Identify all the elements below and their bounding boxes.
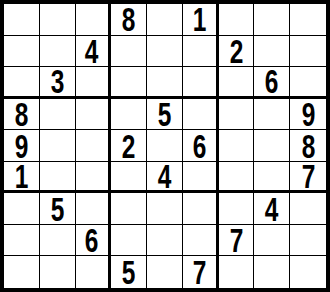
cell-r3c6[interactable] [183, 67, 219, 99]
cell-r4c7[interactable] [219, 99, 255, 131]
given-digit: 5 [158, 99, 172, 131]
cell-r8c1[interactable] [4, 225, 40, 257]
cell-r6c2[interactable] [40, 162, 76, 194]
cell-r5c4[interactable]: 2 [111, 130, 147, 162]
given-digit: 8 [15, 99, 29, 131]
cell-r8c6[interactable] [183, 225, 219, 257]
cell-r9c7[interactable] [219, 256, 255, 288]
cell-r7c5[interactable] [147, 193, 183, 225]
cell-r8c7[interactable]: 7 [219, 225, 255, 257]
given-digit: 1 [192, 4, 206, 36]
cell-r2c8[interactable] [254, 36, 290, 68]
cell-r7c7[interactable] [219, 193, 255, 225]
cell-r5c5[interactable] [147, 130, 183, 162]
cell-r7c3[interactable] [76, 193, 112, 225]
cell-r8c4[interactable] [111, 225, 147, 257]
given-digit: 7 [192, 256, 206, 288]
cell-r7c8[interactable]: 4 [254, 193, 290, 225]
cell-r4c8[interactable] [254, 99, 290, 131]
cell-r6c7[interactable] [219, 162, 255, 194]
cell-r9c3[interactable] [76, 256, 112, 288]
cell-r8c3[interactable]: 6 [76, 225, 112, 257]
cell-r4c2[interactable] [40, 99, 76, 131]
cell-r9c1[interactable] [4, 256, 40, 288]
cell-r3c7[interactable] [219, 67, 255, 99]
cell-r7c6[interactable] [183, 193, 219, 225]
cell-r1c6[interactable]: 1 [183, 4, 219, 36]
cell-r7c1[interactable] [4, 193, 40, 225]
cell-r3c8[interactable]: 6 [254, 67, 290, 99]
cell-r3c4[interactable] [111, 67, 147, 99]
given-digit: 1 [15, 162, 29, 193]
cell-r6c6[interactable] [183, 162, 219, 194]
cell-r5c9[interactable]: 8 [290, 130, 326, 162]
sudoku-board: 8142368599268147546757 [0, 0, 330, 292]
given-digit: 5 [50, 193, 64, 225]
cell-r5c7[interactable] [219, 130, 255, 162]
given-digit: 6 [192, 130, 206, 162]
cell-r4c4[interactable] [111, 99, 147, 131]
sudoku-puzzle: 8142368599268147546757 [0, 0, 330, 292]
cell-r9c4[interactable]: 5 [111, 256, 147, 288]
cell-r9c5[interactable] [147, 256, 183, 288]
given-digit: 9 [301, 99, 315, 131]
cell-r6c4[interactable] [111, 162, 147, 194]
cell-r2c4[interactable] [111, 36, 147, 68]
cell-r5c3[interactable] [76, 130, 112, 162]
cell-r5c2[interactable] [40, 130, 76, 162]
cell-r1c7[interactable] [219, 4, 255, 36]
cell-r9c2[interactable] [40, 256, 76, 288]
cell-r2c5[interactable] [147, 36, 183, 68]
given-digit: 4 [265, 193, 279, 225]
cell-r2c6[interactable] [183, 36, 219, 68]
cell-r4c5[interactable]: 5 [147, 99, 183, 131]
cell-r4c1[interactable]: 8 [4, 99, 40, 131]
cell-r1c4[interactable]: 8 [111, 4, 147, 36]
given-digit: 6 [265, 67, 279, 98]
given-digit: 4 [85, 36, 99, 68]
cell-r8c9[interactable] [290, 225, 326, 257]
cell-r7c9[interactable] [290, 193, 326, 225]
given-digit: 4 [158, 162, 172, 193]
given-digit: 2 [122, 130, 136, 162]
cell-r2c7[interactable]: 2 [219, 36, 255, 68]
given-digit: 8 [122, 4, 136, 36]
cell-r1c9[interactable] [290, 4, 326, 36]
cell-r6c9[interactable]: 7 [290, 162, 326, 194]
given-digit: 9 [15, 130, 29, 162]
cell-r8c5[interactable] [147, 225, 183, 257]
cell-r3c5[interactable] [147, 67, 183, 99]
cell-r8c8[interactable] [254, 225, 290, 257]
cell-r5c1[interactable]: 9 [4, 130, 40, 162]
cell-r3c3[interactable] [76, 67, 112, 99]
cell-r1c2[interactable] [40, 4, 76, 36]
cell-r1c5[interactable] [147, 4, 183, 36]
given-digit: 2 [229, 36, 243, 68]
cell-r3c1[interactable] [4, 67, 40, 99]
cell-r9c6[interactable]: 7 [183, 256, 219, 288]
cell-r4c6[interactable] [183, 99, 219, 131]
cell-r2c3[interactable]: 4 [76, 36, 112, 68]
cell-r1c1[interactable] [4, 4, 40, 36]
cell-r7c2[interactable]: 5 [40, 193, 76, 225]
given-digit: 7 [301, 162, 315, 193]
cell-r4c3[interactable] [76, 99, 112, 131]
cell-r3c9[interactable] [290, 67, 326, 99]
cell-r6c8[interactable] [254, 162, 290, 194]
cell-r6c3[interactable] [76, 162, 112, 194]
cell-r1c8[interactable] [254, 4, 290, 36]
given-digit: 6 [85, 225, 99, 257]
cell-r4c9[interactable]: 9 [290, 99, 326, 131]
cell-r1c3[interactable] [76, 4, 112, 36]
cell-r8c2[interactable] [40, 225, 76, 257]
cell-r5c8[interactable] [254, 130, 290, 162]
cell-r6c1[interactable]: 1 [4, 162, 40, 194]
cell-r9c8[interactable] [254, 256, 290, 288]
given-digit: 3 [50, 67, 64, 98]
cell-r5c6[interactable]: 6 [183, 130, 219, 162]
cell-r6c5[interactable]: 4 [147, 162, 183, 194]
cell-r9c9[interactable] [290, 256, 326, 288]
cell-r3c2[interactable]: 3 [40, 67, 76, 99]
cell-r2c2[interactable] [40, 36, 76, 68]
cell-r2c9[interactable] [290, 36, 326, 68]
cell-r2c1[interactable] [4, 36, 40, 68]
given-digit: 7 [229, 225, 243, 257]
given-digit: 5 [122, 256, 136, 288]
given-digit: 8 [301, 130, 315, 162]
cell-r7c4[interactable] [111, 193, 147, 225]
